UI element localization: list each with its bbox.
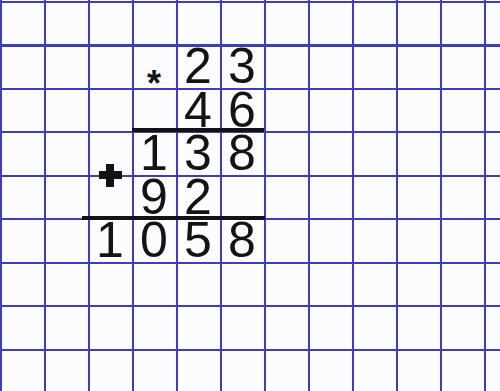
digit-product-hundreds: 0 [132,219,176,263]
worksheet-grid: * 2 3 4 6 1 3 8 9 2 1 0 5 8 [0,1,500,391]
multiply-sign: * [132,63,176,107]
plus-sign-vertical-bar [106,164,114,187]
digit-product-ones: 8 [220,219,264,263]
digit-partial1-ones: 8 [220,132,264,176]
digit-product-thousands: 1 [88,219,132,263]
multiplication-bar [132,128,264,133]
plus-sign-icon [99,164,122,187]
digit-product-tens: 5 [176,219,220,263]
plus-sign [88,132,132,219]
addition-bar [82,216,265,221]
squared-paper-board: * 2 3 4 6 1 3 8 9 2 1 0 5 8 [0,0,500,391]
